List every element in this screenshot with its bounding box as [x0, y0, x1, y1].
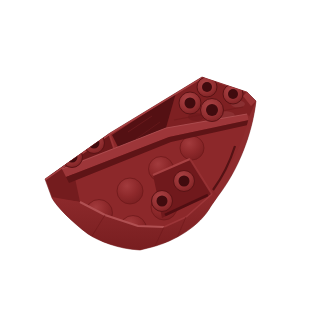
tube-hole [202, 82, 212, 92]
tube-hole [185, 98, 196, 109]
tube-ring [84, 133, 105, 154]
tube-hole [157, 196, 168, 207]
tube-hole [179, 176, 190, 187]
stud [117, 178, 143, 204]
tube-hole [228, 89, 238, 99]
tube-ring [62, 147, 83, 168]
tube-hole [206, 104, 218, 116]
toy-brick-illustration [0, 0, 320, 320]
stud [180, 136, 204, 160]
product-photo [0, 0, 320, 320]
